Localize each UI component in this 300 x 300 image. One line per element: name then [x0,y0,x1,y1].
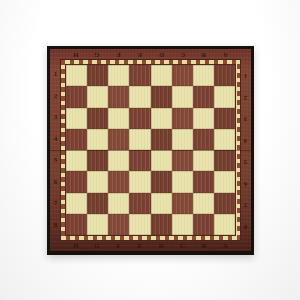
square-a8 [214,214,235,235]
square-g6 [87,171,108,192]
square-d5 [151,150,172,171]
square-a5 [214,150,235,171]
square-c6 [172,171,193,192]
square-d4 [151,129,172,150]
coord-label-5: 5 [241,150,250,172]
square-c8 [172,214,193,235]
square-h8 [66,214,87,235]
square-a7 [214,193,235,214]
coord-label-8: 8 [51,215,60,237]
square-h6 [66,171,87,192]
square-f8 [108,214,129,235]
square-h2 [66,86,87,107]
coord-label-7: 7 [51,193,60,215]
coord-label-b: B [193,242,214,251]
coord-label-8: 8 [241,215,250,237]
square-f1 [108,65,129,86]
square-e1 [129,65,150,86]
coord-label-5: 5 [51,150,60,172]
square-b6 [193,171,214,192]
square-e2 [129,86,150,107]
coord-label-d: D [151,242,172,251]
square-h5 [66,150,87,171]
square-f7 [108,193,129,214]
square-b4 [193,129,214,150]
square-f5 [108,150,129,171]
coord-label-a: A [215,50,236,59]
coord-label-f: F [108,242,129,251]
square-c4 [172,129,193,150]
square-f3 [108,108,129,129]
coord-label-h: H [65,242,86,251]
square-g5 [87,150,108,171]
square-h7 [66,193,87,214]
square-b8 [193,214,214,235]
square-e3 [129,108,150,129]
coord-label-h: H [65,50,86,59]
square-b2 [193,86,214,107]
square-e8 [129,214,150,235]
coord-label-e: E [129,50,150,59]
square-e7 [129,193,150,214]
square-c1 [172,65,193,86]
square-c2 [172,86,193,107]
square-g2 [87,86,108,107]
coord-label-f: F [108,50,129,59]
square-f2 [108,86,129,107]
square-b1 [193,65,214,86]
square-g8 [87,214,108,235]
coord-label-2: 2 [241,86,250,108]
square-g4 [87,129,108,150]
coord-label-d: D [151,50,172,59]
coord-label-c: C [172,50,193,59]
square-d2 [151,86,172,107]
coord-label-2: 2 [51,86,60,108]
square-d3 [151,108,172,129]
coord-label-6: 6 [51,172,60,194]
coord-label-4: 4 [241,129,250,151]
square-h4 [66,129,87,150]
coord-label-7: 7 [241,193,250,215]
square-b3 [193,108,214,129]
coord-label-1: 1 [51,64,60,86]
square-a1 [214,65,235,86]
square-c5 [172,150,193,171]
square-d7 [151,193,172,214]
square-b5 [193,150,214,171]
square-a6 [214,171,235,192]
square-b7 [193,193,214,214]
fold-seam [47,150,254,151]
square-d1 [151,65,172,86]
square-d8 [151,214,172,235]
square-e5 [129,150,150,171]
coord-label-4: 4 [51,129,60,151]
coord-label-c: C [172,242,193,251]
square-a4 [214,129,235,150]
photo-background: HGFEDCBA HGFEDCBA 12345678 12345678 [0,0,300,300]
file-labels-top: HGFEDCBA [65,50,236,59]
coord-label-1: 1 [241,64,250,86]
square-h1 [66,65,87,86]
coord-label-3: 3 [51,107,60,129]
square-e4 [129,129,150,150]
square-f4 [108,129,129,150]
square-g3 [87,108,108,129]
coord-label-a: A [215,242,236,251]
coord-label-g: G [86,242,107,251]
file-labels-bottom: HGFEDCBA [65,242,236,251]
square-a3 [214,108,235,129]
square-c3 [172,108,193,129]
square-h3 [66,108,87,129]
coord-label-b: B [193,50,214,59]
chessboard: HGFEDCBA HGFEDCBA 12345678 12345678 [47,46,254,255]
coord-label-6: 6 [241,172,250,194]
coord-label-e: E [129,242,150,251]
coord-label-g: G [86,50,107,59]
square-c7 [172,193,193,214]
square-g1 [87,65,108,86]
square-d6 [151,171,172,192]
square-g7 [87,193,108,214]
square-e6 [129,171,150,192]
square-a2 [214,86,235,107]
square-f6 [108,171,129,192]
coord-label-3: 3 [241,107,250,129]
